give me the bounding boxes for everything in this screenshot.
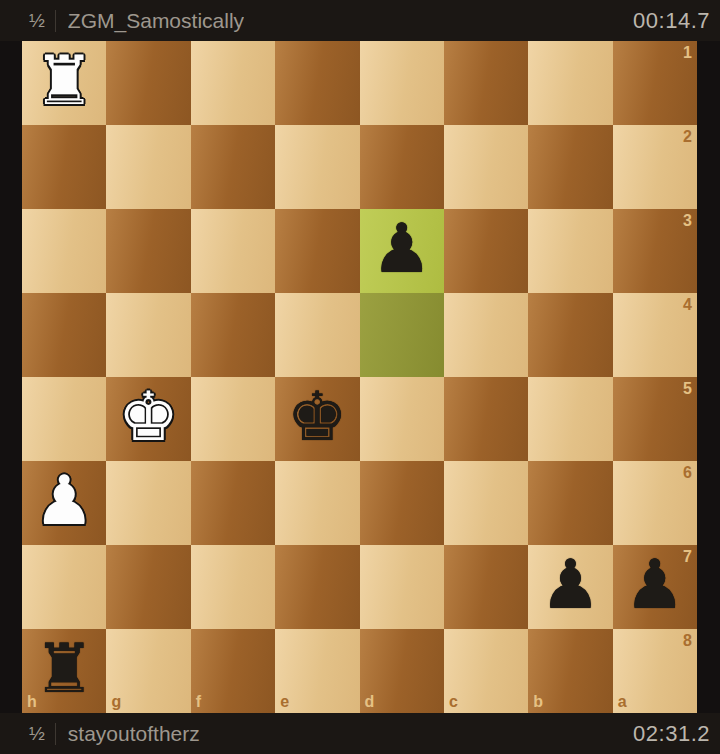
chess-app: ½ ZGM_Samostically 00:14.7 ♜12♟34♚♚5♟6♟7… bbox=[0, 0, 720, 754]
file-label-d: d bbox=[365, 694, 375, 710]
square-b2[interactable] bbox=[528, 125, 612, 209]
bottom-player-bar: ½ stayoutoftherz 02:31.2 bbox=[0, 713, 720, 754]
square-h1[interactable]: ♜ bbox=[22, 41, 106, 125]
square-d6[interactable] bbox=[360, 461, 444, 545]
square-g1[interactable] bbox=[106, 41, 190, 125]
square-d5[interactable] bbox=[360, 377, 444, 461]
top-player-clock: 00:14.7 bbox=[633, 8, 710, 34]
rank-label-8: 8 bbox=[683, 633, 692, 649]
square-d3[interactable]: ♟ bbox=[360, 209, 444, 293]
square-g8[interactable]: g bbox=[106, 629, 190, 713]
square-c8[interactable]: c bbox=[444, 629, 528, 713]
file-label-g: g bbox=[111, 694, 121, 710]
square-f6[interactable] bbox=[191, 461, 275, 545]
score-name-divider bbox=[55, 10, 56, 32]
black-king[interactable]: ♚ bbox=[287, 383, 348, 451]
square-e7[interactable] bbox=[275, 545, 359, 629]
square-h6[interactable]: ♟ bbox=[22, 461, 106, 545]
square-c1[interactable] bbox=[444, 41, 528, 125]
top-player-score: ½ bbox=[29, 10, 45, 32]
square-b6[interactable] bbox=[528, 461, 612, 545]
square-f8[interactable]: f bbox=[191, 629, 275, 713]
board-strip: ♜12♟34♚♚5♟6♟7♟h♜gfedcb8a bbox=[0, 41, 720, 713]
square-b8[interactable]: b bbox=[528, 629, 612, 713]
white-king[interactable]: ♚ bbox=[118, 383, 179, 451]
square-c7[interactable] bbox=[444, 545, 528, 629]
top-player-bar: ½ ZGM_Samostically 00:14.7 bbox=[0, 0, 720, 41]
square-f5[interactable] bbox=[191, 377, 275, 461]
square-e2[interactable] bbox=[275, 125, 359, 209]
rank-label-5: 5 bbox=[683, 381, 692, 397]
black-rook[interactable]: ♜ bbox=[34, 635, 95, 703]
square-g3[interactable] bbox=[106, 209, 190, 293]
square-f7[interactable] bbox=[191, 545, 275, 629]
square-a7[interactable]: 7♟ bbox=[613, 545, 697, 629]
square-f4[interactable] bbox=[191, 293, 275, 377]
square-a1[interactable]: 1 bbox=[613, 41, 697, 125]
square-h8[interactable]: h♜ bbox=[22, 629, 106, 713]
square-g4[interactable] bbox=[106, 293, 190, 377]
board-right-margin bbox=[697, 41, 720, 713]
score-name-divider bbox=[55, 723, 56, 745]
square-f2[interactable] bbox=[191, 125, 275, 209]
square-c3[interactable] bbox=[444, 209, 528, 293]
file-label-e: e bbox=[280, 694, 289, 710]
square-b3[interactable] bbox=[528, 209, 612, 293]
square-b4[interactable] bbox=[528, 293, 612, 377]
square-a4[interactable]: 4 bbox=[613, 293, 697, 377]
square-h4[interactable] bbox=[22, 293, 106, 377]
square-c2[interactable] bbox=[444, 125, 528, 209]
square-d1[interactable] bbox=[360, 41, 444, 125]
square-e8[interactable]: e bbox=[275, 629, 359, 713]
square-a3[interactable]: 3 bbox=[613, 209, 697, 293]
square-b5[interactable] bbox=[528, 377, 612, 461]
square-g2[interactable] bbox=[106, 125, 190, 209]
square-g6[interactable] bbox=[106, 461, 190, 545]
square-h3[interactable] bbox=[22, 209, 106, 293]
black-pawn[interactable]: ♟ bbox=[624, 551, 685, 619]
square-e5[interactable]: ♚ bbox=[275, 377, 359, 461]
square-g7[interactable] bbox=[106, 545, 190, 629]
square-c5[interactable] bbox=[444, 377, 528, 461]
rank-label-4: 4 bbox=[683, 297, 692, 313]
white-rook[interactable]: ♜ bbox=[34, 47, 95, 115]
board-left-margin bbox=[0, 41, 22, 713]
square-d8[interactable]: d bbox=[360, 629, 444, 713]
square-d4[interactable] bbox=[360, 293, 444, 377]
file-label-b: b bbox=[533, 694, 543, 710]
square-e1[interactable] bbox=[275, 41, 359, 125]
square-c6[interactable] bbox=[444, 461, 528, 545]
square-f1[interactable] bbox=[191, 41, 275, 125]
file-label-a: a bbox=[618, 694, 627, 710]
square-h2[interactable] bbox=[22, 125, 106, 209]
top-player-name: ZGM_Samostically bbox=[68, 9, 244, 33]
file-label-f: f bbox=[196, 694, 201, 710]
black-pawn[interactable]: ♟ bbox=[540, 551, 601, 619]
square-e4[interactable] bbox=[275, 293, 359, 377]
square-d2[interactable] bbox=[360, 125, 444, 209]
square-a6[interactable]: 6 bbox=[613, 461, 697, 545]
file-label-c: c bbox=[449, 694, 458, 710]
square-g5[interactable]: ♚ bbox=[106, 377, 190, 461]
square-a5[interactable]: 5 bbox=[613, 377, 697, 461]
rank-label-2: 2 bbox=[683, 129, 692, 145]
square-c4[interactable] bbox=[444, 293, 528, 377]
rank-label-6: 6 bbox=[683, 465, 692, 481]
square-e3[interactable] bbox=[275, 209, 359, 293]
square-f3[interactable] bbox=[191, 209, 275, 293]
bottom-player-score: ½ bbox=[29, 723, 45, 745]
square-h5[interactable] bbox=[22, 377, 106, 461]
square-h7[interactable] bbox=[22, 545, 106, 629]
bottom-player-clock: 02:31.2 bbox=[633, 721, 710, 747]
square-a8[interactable]: 8a bbox=[613, 629, 697, 713]
square-b7[interactable]: ♟ bbox=[528, 545, 612, 629]
square-d7[interactable] bbox=[360, 545, 444, 629]
rank-label-1: 1 bbox=[683, 45, 692, 61]
rank-label-3: 3 bbox=[683, 213, 692, 229]
square-e6[interactable] bbox=[275, 461, 359, 545]
square-a2[interactable]: 2 bbox=[613, 125, 697, 209]
square-b1[interactable] bbox=[528, 41, 612, 125]
bottom-player-name: stayoutoftherz bbox=[68, 722, 200, 746]
black-pawn[interactable]: ♟ bbox=[371, 215, 432, 283]
white-pawn[interactable]: ♟ bbox=[34, 467, 95, 535]
chess-board[interactable]: ♜12♟34♚♚5♟6♟7♟h♜gfedcb8a bbox=[22, 41, 697, 713]
